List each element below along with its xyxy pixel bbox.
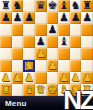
square-d6[interactable] xyxy=(35,24,47,36)
black-rook: ♜ xyxy=(81,0,93,12)
square-c4[interactable] xyxy=(23,48,35,60)
square-a3[interactable] xyxy=(0,60,12,72)
white-pawn: ♟ xyxy=(35,48,47,60)
square-a8[interactable]: ♜ xyxy=(0,0,12,12)
white-pawn: ♟ xyxy=(0,72,12,84)
black-knight: ♞ xyxy=(12,0,24,12)
chess-board: ♜♞♛♚♝♞♜♟♟♟♟♟♟♟♟♝♟♞♟♟♟♟♟♟♟♜♝♛♚♝♞♜ xyxy=(0,0,93,96)
square-b1[interactable] xyxy=(12,84,24,96)
square-c5[interactable] xyxy=(23,36,35,48)
white-pawn: ♟ xyxy=(81,72,93,84)
square-b4[interactable] xyxy=(12,48,24,60)
square-f7[interactable]: ♟ xyxy=(58,12,70,24)
square-e7[interactable] xyxy=(47,12,59,24)
square-e2[interactable] xyxy=(47,72,59,84)
square-f5[interactable]: ♝ xyxy=(58,36,70,48)
square-h6[interactable] xyxy=(81,24,93,36)
square-h7[interactable]: ♟ xyxy=(81,12,93,24)
black-pawn: ♟ xyxy=(23,12,35,24)
square-f2[interactable]: ♟ xyxy=(58,72,70,84)
white-queen: ♛ xyxy=(35,84,47,96)
square-e6[interactable]: ♟ xyxy=(47,24,59,36)
black-knight: ♞ xyxy=(70,0,82,12)
white-pawn: ♟ xyxy=(58,72,70,84)
black-pawn: ♟ xyxy=(70,12,82,24)
square-f4[interactable] xyxy=(58,48,70,60)
square-d8[interactable]: ♛ xyxy=(35,0,47,12)
white-bishop: ♝ xyxy=(23,84,35,96)
square-a2[interactable]: ♟ xyxy=(0,72,12,84)
square-g6[interactable] xyxy=(70,24,82,36)
white-pawn: ♟ xyxy=(12,72,24,84)
square-f8[interactable]: ♝ xyxy=(58,0,70,12)
watermark: NZ xyxy=(63,87,93,110)
black-king: ♚ xyxy=(47,0,59,12)
square-b7[interactable]: ♟ xyxy=(12,12,24,24)
square-f3[interactable] xyxy=(58,60,70,72)
white-pawn: ♟ xyxy=(47,60,59,72)
square-h3[interactable] xyxy=(81,60,93,72)
square-f6[interactable] xyxy=(58,24,70,36)
square-b6[interactable] xyxy=(12,24,24,36)
square-b2[interactable]: ♟ xyxy=(12,72,24,84)
square-d7[interactable] xyxy=(35,12,47,24)
black-rook: ♜ xyxy=(0,0,12,12)
square-c2[interactable]: ♟ xyxy=(23,72,35,84)
square-g3[interactable] xyxy=(70,60,82,72)
square-a1[interactable]: ♜ xyxy=(0,84,12,96)
square-c8[interactable] xyxy=(23,0,35,12)
square-e5[interactable] xyxy=(47,36,59,48)
square-b8[interactable]: ♞ xyxy=(12,0,24,12)
menu-button[interactable]: Menu xyxy=(0,99,27,108)
square-h5[interactable] xyxy=(81,36,93,48)
square-d1[interactable]: ♛ xyxy=(35,84,47,96)
square-g7[interactable]: ♟ xyxy=(70,12,82,24)
white-rook: ♜ xyxy=(0,84,12,96)
square-a7[interactable]: ♟ xyxy=(0,12,12,24)
square-e4[interactable] xyxy=(47,48,59,60)
square-d4[interactable]: ♟ xyxy=(35,48,47,60)
square-h4[interactable] xyxy=(81,48,93,60)
square-g2[interactable]: ♟ xyxy=(70,72,82,84)
black-pawn: ♟ xyxy=(12,12,24,24)
black-pawn: ♟ xyxy=(0,12,12,24)
square-d5[interactable]: ♟ xyxy=(35,36,47,48)
black-queen: ♛ xyxy=(35,0,47,12)
white-pawn: ♟ xyxy=(70,72,82,84)
square-a6[interactable] xyxy=(0,24,12,36)
square-c7[interactable]: ♟ xyxy=(23,12,35,24)
square-g8[interactable]: ♞ xyxy=(70,0,82,12)
black-pawn: ♟ xyxy=(81,12,93,24)
square-g5[interactable] xyxy=(70,36,82,48)
square-c1[interactable]: ♝ xyxy=(23,84,35,96)
black-pawn: ♟ xyxy=(47,24,59,36)
black-pawn: ♟ xyxy=(35,36,47,48)
square-e3[interactable]: ♟ xyxy=(47,60,59,72)
square-b5[interactable] xyxy=(12,36,24,48)
white-pawn: ♟ xyxy=(23,72,35,84)
black-pawn: ♟ xyxy=(58,12,70,24)
square-c6[interactable] xyxy=(23,24,35,36)
square-g4[interactable] xyxy=(70,48,82,60)
square-d2[interactable] xyxy=(35,72,47,84)
square-a4[interactable] xyxy=(0,48,12,60)
square-c3[interactable]: ♞ xyxy=(23,60,35,72)
square-e8[interactable]: ♚ xyxy=(47,0,59,12)
square-e1[interactable]: ♚ xyxy=(47,84,59,96)
square-d3[interactable] xyxy=(35,60,47,72)
black-bishop: ♝ xyxy=(58,0,70,12)
square-h8[interactable]: ♜ xyxy=(81,0,93,12)
white-knight: ♞ xyxy=(23,60,35,72)
white-king: ♚ xyxy=(47,84,59,96)
square-h2[interactable]: ♟ xyxy=(81,72,93,84)
phone-screen: ♜♞♛♚♝♞♜♟♟♟♟♟♟♟♟♝♟♞♟♟♟♟♟♟♟♜♝♛♚♝♞♜ Menu NZ xyxy=(0,0,93,110)
square-b3[interactable] xyxy=(12,60,24,72)
black-bishop: ♝ xyxy=(58,36,70,48)
square-a5[interactable] xyxy=(0,36,12,48)
